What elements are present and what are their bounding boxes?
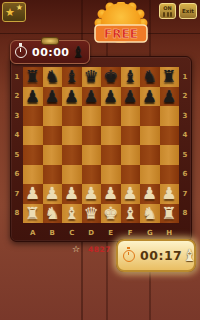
piece-black-bishop: ♝ bbox=[62, 67, 82, 87]
square-g1[interactable]: ♞ bbox=[140, 67, 160, 87]
square-g7[interactable]: ♟ bbox=[140, 184, 160, 204]
square-h2[interactable]: ♟ bbox=[160, 87, 180, 107]
square-f7[interactable]: ♟ bbox=[121, 184, 141, 204]
file-label-b: B bbox=[43, 224, 63, 241]
rank-label-1: 1 bbox=[11, 67, 23, 87]
star-icon: ★ bbox=[16, 3, 23, 12]
piece-white-rook: ♜ bbox=[160, 204, 180, 224]
square-a8[interactable]: ♜ bbox=[23, 204, 43, 224]
square-e3[interactable] bbox=[101, 106, 121, 126]
piece-black-queen: ♛ bbox=[82, 67, 102, 87]
square-d8[interactable]: ♛ bbox=[82, 204, 102, 224]
file-label-e: E bbox=[101, 224, 121, 241]
piece-black-pawn: ♟ bbox=[43, 87, 63, 107]
square-h5[interactable] bbox=[160, 145, 180, 165]
piece-black-pawn: ♟ bbox=[101, 87, 121, 107]
square-h3[interactable] bbox=[160, 106, 180, 126]
rank-label-5: 5 bbox=[179, 145, 191, 165]
square-c7[interactable]: ♟ bbox=[62, 184, 82, 204]
rank-label-2: 2 bbox=[179, 87, 191, 107]
square-c3[interactable] bbox=[62, 106, 82, 126]
piece-white-pawn: ♟ bbox=[121, 184, 141, 204]
free-badge-sun-icon: FREE bbox=[92, 2, 150, 46]
piece-white-pawn: ♟ bbox=[82, 184, 102, 204]
piece-white-knight: ♞ bbox=[43, 204, 63, 224]
square-e6[interactable] bbox=[101, 165, 121, 185]
square-b6[interactable] bbox=[43, 165, 63, 185]
square-h8[interactable]: ♜ bbox=[160, 204, 180, 224]
square-d7[interactable]: ♟ bbox=[82, 184, 102, 204]
rank-label-6: 6 bbox=[179, 165, 191, 185]
piece-white-pawn: ♟ bbox=[101, 184, 121, 204]
piece-white-king: ♚ bbox=[101, 204, 121, 224]
rank-label-6: 6 bbox=[11, 165, 23, 185]
white-clock: 00:17 ♝ bbox=[116, 239, 196, 272]
piece-black-pawn: ♟ bbox=[23, 87, 43, 107]
piece-black-pawn: ♟ bbox=[160, 87, 180, 107]
score-star-icon: ☆ bbox=[72, 244, 80, 254]
square-b1[interactable]: ♞ bbox=[43, 67, 63, 87]
square-f4[interactable] bbox=[121, 126, 141, 146]
square-h7[interactable]: ♟ bbox=[160, 184, 180, 204]
square-h4[interactable] bbox=[160, 126, 180, 146]
rank-label-3: 3 bbox=[179, 106, 191, 126]
square-a1[interactable]: ♜ bbox=[23, 67, 43, 87]
chess-app-screen: ★ ★ FREE ON Exit bbox=[0, 0, 200, 320]
square-c8[interactable]: ♝ bbox=[62, 204, 82, 224]
clock-ornament bbox=[41, 37, 59, 45]
square-g2[interactable]: ♟ bbox=[140, 87, 160, 107]
piece-white-pawn: ♟ bbox=[62, 184, 82, 204]
piece-black-pawn: ♟ bbox=[140, 87, 160, 107]
square-a5[interactable] bbox=[23, 145, 43, 165]
piece-black-pawn: ♟ bbox=[121, 87, 141, 107]
square-e8[interactable]: ♚ bbox=[101, 204, 121, 224]
square-a4[interactable] bbox=[23, 126, 43, 146]
file-label-a: A bbox=[23, 224, 43, 241]
square-f1[interactable]: ♝ bbox=[121, 67, 141, 87]
free-badge-label: FREE bbox=[104, 27, 138, 41]
piece-white-rook: ♜ bbox=[23, 204, 43, 224]
chess-board: 12345678 ♜♞♝♛♚♝♞♜♟♟♟♟♟♟♟♟♟♟♟♟♟♟♟♟♜♞♝♛♚♝♞… bbox=[10, 56, 192, 242]
square-c4[interactable] bbox=[62, 126, 82, 146]
square-d2[interactable]: ♟ bbox=[82, 87, 102, 107]
piece-white-pawn: ♟ bbox=[23, 184, 43, 204]
square-f8[interactable]: ♝ bbox=[121, 204, 141, 224]
square-b2[interactable]: ♟ bbox=[43, 87, 63, 107]
black-bishop-icon: ♝ bbox=[72, 45, 85, 60]
square-c1[interactable]: ♝ bbox=[62, 67, 82, 87]
exit-button[interactable]: Exit bbox=[179, 3, 197, 19]
piece-black-pawn: ♟ bbox=[82, 87, 102, 107]
piece-black-knight: ♞ bbox=[140, 67, 160, 87]
score-value: 4827 bbox=[88, 245, 111, 254]
square-g6[interactable] bbox=[140, 165, 160, 185]
square-e1[interactable]: ♚ bbox=[101, 67, 121, 87]
square-f5[interactable] bbox=[121, 145, 141, 165]
rank-labels-right: 12345678 bbox=[179, 67, 191, 223]
piece-black-rook: ♜ bbox=[160, 67, 180, 87]
piece-black-pawn: ♟ bbox=[62, 87, 82, 107]
achievements-button[interactable]: ★ ★ bbox=[2, 2, 26, 22]
file-label-d: D bbox=[82, 224, 102, 241]
square-e2[interactable]: ♟ bbox=[101, 87, 121, 107]
piece-white-bishop: ♝ bbox=[62, 204, 82, 224]
square-a2[interactable]: ♟ bbox=[23, 87, 43, 107]
piece-black-bishop: ♝ bbox=[121, 67, 141, 87]
sound-bars-icon bbox=[163, 12, 172, 17]
square-f6[interactable] bbox=[121, 165, 141, 185]
square-g4[interactable] bbox=[140, 126, 160, 146]
square-d6[interactable] bbox=[82, 165, 102, 185]
piece-white-queen: ♛ bbox=[82, 204, 102, 224]
rank-label-8: 8 bbox=[11, 204, 23, 224]
square-b5[interactable] bbox=[43, 145, 63, 165]
rank-label-7: 7 bbox=[179, 184, 191, 204]
square-b3[interactable] bbox=[43, 106, 63, 126]
stopwatch-icon bbox=[123, 250, 135, 262]
rank-label-1: 1 bbox=[179, 67, 191, 87]
square-b7[interactable]: ♟ bbox=[43, 184, 63, 204]
square-d1[interactable]: ♛ bbox=[82, 67, 102, 87]
square-a6[interactable] bbox=[23, 165, 43, 185]
black-clock: 00:00 ♝ bbox=[10, 40, 90, 64]
piece-white-knight: ♞ bbox=[140, 204, 160, 224]
piece-black-king: ♚ bbox=[101, 67, 121, 87]
piece-black-knight: ♞ bbox=[43, 67, 63, 87]
square-b8[interactable]: ♞ bbox=[43, 204, 63, 224]
rank-label-2: 2 bbox=[11, 87, 23, 107]
piece-white-pawn: ♟ bbox=[43, 184, 63, 204]
rank-label-5: 5 bbox=[11, 145, 23, 165]
piece-white-pawn: ♟ bbox=[140, 184, 160, 204]
rank-label-8: 8 bbox=[179, 204, 191, 224]
square-c2[interactable]: ♟ bbox=[62, 87, 82, 107]
file-label-c: C bbox=[62, 224, 82, 241]
board-grid: ♜♞♝♛♚♝♞♜♟♟♟♟♟♟♟♟♟♟♟♟♟♟♟♟♜♞♝♛♚♝♞♜ bbox=[23, 67, 179, 223]
square-d3[interactable] bbox=[82, 106, 102, 126]
rank-label-7: 7 bbox=[11, 184, 23, 204]
square-g3[interactable] bbox=[140, 106, 160, 126]
exit-label: Exit bbox=[182, 8, 194, 14]
square-e7[interactable]: ♟ bbox=[101, 184, 121, 204]
piece-white-pawn: ♟ bbox=[160, 184, 180, 204]
square-a3[interactable] bbox=[23, 106, 43, 126]
rank-label-4: 4 bbox=[11, 126, 23, 146]
square-e4[interactable] bbox=[101, 126, 121, 146]
square-a7[interactable]: ♟ bbox=[23, 184, 43, 204]
star-icon: ★ bbox=[5, 7, 15, 18]
square-d4[interactable] bbox=[82, 126, 102, 146]
white-bishop-icon: ♝ bbox=[182, 248, 196, 264]
white-clock-time: 00:17 bbox=[140, 248, 182, 263]
square-g5[interactable] bbox=[140, 145, 160, 165]
rank-labels-left: 12345678 bbox=[11, 67, 23, 223]
stopwatch-icon bbox=[15, 46, 27, 58]
square-c5[interactable] bbox=[62, 145, 82, 165]
square-f3[interactable] bbox=[121, 106, 141, 126]
square-g8[interactable]: ♞ bbox=[140, 204, 160, 224]
free-badge[interactable]: FREE bbox=[92, 2, 150, 46]
square-f2[interactable]: ♟ bbox=[121, 87, 141, 107]
black-clock-time: 00:00 bbox=[32, 46, 70, 59]
score-display: ☆ 4827 bbox=[72, 244, 111, 254]
square-h1[interactable]: ♜ bbox=[160, 67, 180, 87]
piece-white-bishop: ♝ bbox=[121, 204, 141, 224]
square-d5[interactable] bbox=[82, 145, 102, 165]
sound-on-button[interactable]: ON bbox=[159, 3, 176, 19]
sound-on-label: ON bbox=[163, 5, 171, 11]
piece-black-rook: ♜ bbox=[23, 67, 43, 87]
rank-label-4: 4 bbox=[179, 126, 191, 146]
rank-label-3: 3 bbox=[11, 106, 23, 126]
square-e5[interactable] bbox=[101, 145, 121, 165]
square-h6[interactable] bbox=[160, 165, 180, 185]
square-c6[interactable] bbox=[62, 165, 82, 185]
square-b4[interactable] bbox=[43, 126, 63, 146]
